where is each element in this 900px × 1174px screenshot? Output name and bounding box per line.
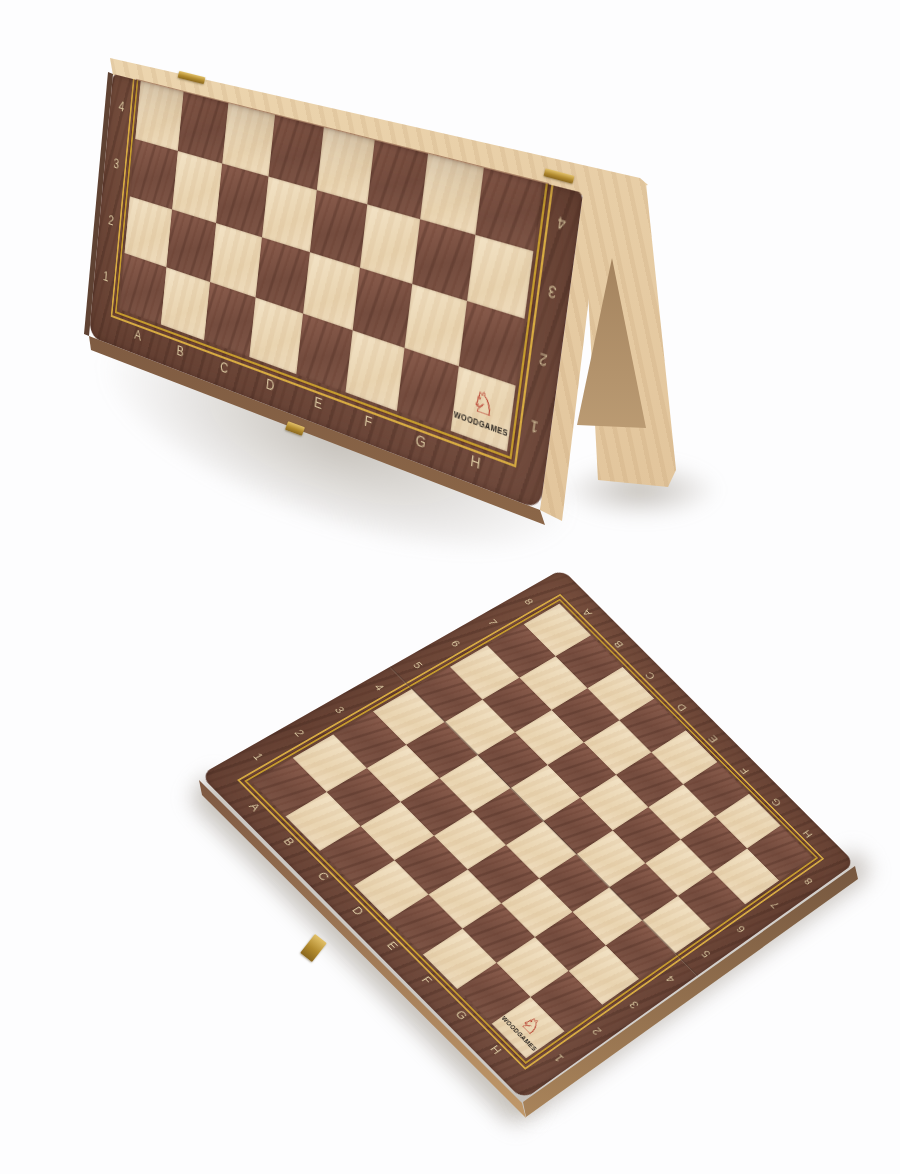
rank-label-3-left: 3 <box>332 704 348 715</box>
rank-label-7-right: 7 <box>768 899 782 910</box>
file-label-c-near: C <box>315 869 333 882</box>
file-label-b-far: B <box>611 639 626 650</box>
open-board-view: ♘WOODGAMES8877665544332211AABBCCDDEEFFGG… <box>0 0 900 1174</box>
rank-label-7-left: 7 <box>486 617 501 627</box>
board-squares: ♘WOODGAMES <box>251 604 812 1059</box>
file-label-h-far: H <box>800 828 815 840</box>
file-label-g-near: G <box>453 1008 471 1022</box>
file-label-g-far: G <box>768 796 783 808</box>
full-board: ♘WOODGAMES8877665544332211AABBCCDDEEFFGG… <box>200 569 855 1100</box>
file-label-b-near: B <box>281 835 298 848</box>
brass-clasp <box>300 934 327 962</box>
file-label-h-near: H <box>488 1043 505 1057</box>
rank-label-6-left: 6 <box>449 638 464 649</box>
rank-label-3-right: 3 <box>626 999 641 1011</box>
file-label-e-far: E <box>706 733 721 744</box>
rank-label-5-left: 5 <box>411 660 426 671</box>
rank-label-4-left: 4 <box>372 682 388 693</box>
file-label-f-far: F <box>737 765 751 776</box>
rank-label-6-right: 6 <box>733 923 747 934</box>
rank-label-5-right: 5 <box>698 948 712 960</box>
file-label-a-near: A <box>246 800 264 813</box>
rank-label-2-right: 2 <box>589 1025 604 1037</box>
rank-label-8-right: 8 <box>801 876 815 887</box>
product-photo-page: ♘WOODGAMES44332211ABCDEFGH ♘WOODGAMES887… <box>0 0 900 1174</box>
file-label-d-far: D <box>674 701 689 713</box>
file-label-c-far: C <box>642 670 657 682</box>
file-label-a-far: A <box>579 607 594 618</box>
rank-label-2-left: 2 <box>292 727 308 738</box>
rank-label-4-right: 4 <box>663 973 678 985</box>
file-label-e-near: E <box>384 939 401 952</box>
rank-label-1-left: 1 <box>251 751 267 763</box>
file-label-f-near: F <box>419 974 436 987</box>
rank-label-1-right: 1 <box>551 1052 567 1064</box>
file-label-d-near: D <box>350 904 368 918</box>
rank-label-8-left: 8 <box>522 596 537 606</box>
